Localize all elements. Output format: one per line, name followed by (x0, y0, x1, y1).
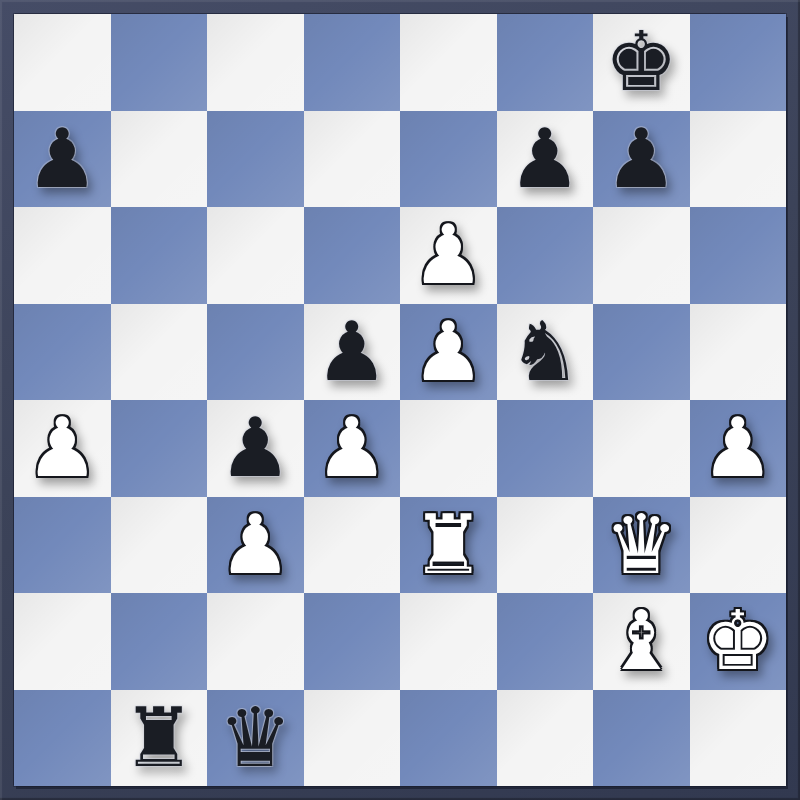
black-pawn[interactable]: ♟ (315, 304, 389, 400)
white-pawn[interactable]: ♟ (411, 304, 485, 400)
square-d8[interactable] (304, 14, 401, 111)
white-king[interactable]: ♚ (701, 593, 775, 689)
square-e1[interactable] (400, 690, 497, 787)
square-h2[interactable]: ♚ (690, 593, 787, 690)
square-d6[interactable] (304, 207, 401, 304)
white-pawn[interactable]: ♟ (701, 400, 775, 496)
square-f5[interactable]: ♞ (497, 304, 594, 401)
square-g3[interactable]: ♛ (593, 497, 690, 594)
square-h5[interactable] (690, 304, 787, 401)
square-h3[interactable] (690, 497, 787, 594)
square-f2[interactable] (497, 593, 594, 690)
white-queen[interactable]: ♛ (604, 497, 678, 593)
square-g7[interactable]: ♟ (593, 111, 690, 208)
square-g6[interactable] (593, 207, 690, 304)
square-f8[interactable] (497, 14, 594, 111)
square-c3[interactable]: ♟ (207, 497, 304, 594)
square-c4[interactable]: ♟ (207, 400, 304, 497)
black-knight[interactable]: ♞ (508, 304, 582, 400)
square-e7[interactable] (400, 111, 497, 208)
square-a4[interactable]: ♟ (14, 400, 111, 497)
square-d7[interactable] (304, 111, 401, 208)
square-a7[interactable]: ♟ (14, 111, 111, 208)
square-f7[interactable]: ♟ (497, 111, 594, 208)
white-bishop[interactable]: ♝ (604, 593, 678, 689)
square-a8[interactable] (14, 14, 111, 111)
square-a2[interactable] (14, 593, 111, 690)
square-f4[interactable] (497, 400, 594, 497)
square-e5[interactable]: ♟ (400, 304, 497, 401)
square-g5[interactable] (593, 304, 690, 401)
square-h8[interactable] (690, 14, 787, 111)
black-queen[interactable]: ♛ (218, 690, 292, 786)
square-b8[interactable] (111, 14, 208, 111)
black-king[interactable]: ♚ (604, 14, 678, 110)
square-c5[interactable] (207, 304, 304, 401)
square-e4[interactable] (400, 400, 497, 497)
square-h7[interactable] (690, 111, 787, 208)
black-pawn[interactable]: ♟ (604, 111, 678, 207)
square-c8[interactable] (207, 14, 304, 111)
square-f6[interactable] (497, 207, 594, 304)
board-frame: ♚♟♟♟♟♟♟♞♟♟♟♟♟♜♛♝♚♜♛ (0, 0, 800, 800)
square-h1[interactable] (690, 690, 787, 787)
square-f1[interactable] (497, 690, 594, 787)
square-a1[interactable] (14, 690, 111, 787)
square-b7[interactable] (111, 111, 208, 208)
square-g8[interactable]: ♚ (593, 14, 690, 111)
square-b3[interactable] (111, 497, 208, 594)
square-c2[interactable] (207, 593, 304, 690)
white-pawn[interactable]: ♟ (315, 400, 389, 496)
white-pawn[interactable]: ♟ (25, 400, 99, 496)
white-pawn[interactable]: ♟ (218, 497, 292, 593)
square-h4[interactable]: ♟ (690, 400, 787, 497)
white-rook[interactable]: ♜ (411, 497, 485, 593)
square-d1[interactable] (304, 690, 401, 787)
square-g1[interactable] (593, 690, 690, 787)
square-a5[interactable] (14, 304, 111, 401)
square-b5[interactable] (111, 304, 208, 401)
square-d5[interactable]: ♟ (304, 304, 401, 401)
square-e2[interactable] (400, 593, 497, 690)
square-e3[interactable]: ♜ (400, 497, 497, 594)
black-pawn[interactable]: ♟ (218, 400, 292, 496)
square-b4[interactable] (111, 400, 208, 497)
square-a3[interactable] (14, 497, 111, 594)
chess-board: ♚♟♟♟♟♟♟♞♟♟♟♟♟♜♛♝♚♜♛ (14, 14, 786, 786)
square-b6[interactable] (111, 207, 208, 304)
black-pawn[interactable]: ♟ (508, 111, 582, 207)
square-c6[interactable] (207, 207, 304, 304)
square-f3[interactable] (497, 497, 594, 594)
square-c1[interactable]: ♛ (207, 690, 304, 787)
square-d3[interactable] (304, 497, 401, 594)
square-e6[interactable]: ♟ (400, 207, 497, 304)
square-g4[interactable] (593, 400, 690, 497)
square-a6[interactable] (14, 207, 111, 304)
square-d4[interactable]: ♟ (304, 400, 401, 497)
square-h6[interactable] (690, 207, 787, 304)
black-pawn[interactable]: ♟ (25, 111, 99, 207)
square-b1[interactable]: ♜ (111, 690, 208, 787)
square-g2[interactable]: ♝ (593, 593, 690, 690)
square-e8[interactable] (400, 14, 497, 111)
black-rook[interactable]: ♜ (122, 690, 196, 786)
square-b2[interactable] (111, 593, 208, 690)
white-pawn[interactable]: ♟ (411, 207, 485, 303)
square-c7[interactable] (207, 111, 304, 208)
square-d2[interactable] (304, 593, 401, 690)
